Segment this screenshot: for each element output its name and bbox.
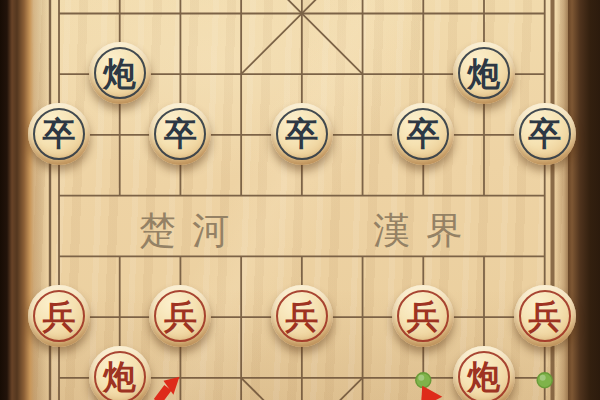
piece-character: 卒: [43, 117, 76, 150]
piece-black-soldier[interactable]: 卒: [28, 103, 90, 165]
piece-character: 炮: [467, 360, 500, 393]
piece-black-soldier[interactable]: 卒: [149, 103, 211, 165]
piece-character: 卒: [164, 117, 197, 150]
piece-red-soldier[interactable]: 兵: [28, 285, 90, 347]
piece-character: 卒: [407, 117, 440, 150]
xiangqi-board-screen: 楚河 漢界 炮炮卒卒卒卒卒兵兵兵兵兵炮炮: [0, 0, 600, 400]
piece-character: 炮: [103, 360, 136, 393]
piece-character: 卒: [285, 117, 318, 150]
piece-red-soldier[interactable]: 兵: [514, 285, 576, 347]
piece-black-cannon[interactable]: 炮: [453, 42, 515, 104]
piece-red-cannon[interactable]: 炮: [89, 346, 151, 400]
piece-character: 兵: [43, 300, 76, 333]
piece-red-cannon[interactable]: 炮: [453, 346, 515, 400]
piece-character: 兵: [407, 300, 440, 333]
piece-red-soldier[interactable]: 兵: [149, 285, 211, 347]
piece-character: 卒: [528, 117, 561, 150]
piece-character: 兵: [285, 300, 318, 333]
piece-character: 炮: [467, 57, 500, 90]
piece-black-soldier[interactable]: 卒: [514, 103, 576, 165]
piece-black-soldier[interactable]: 卒: [271, 103, 333, 165]
piece-black-soldier[interactable]: 卒: [392, 103, 454, 165]
piece-character: 兵: [164, 300, 197, 333]
piece-character: 兵: [528, 300, 561, 333]
piece-black-cannon[interactable]: 炮: [89, 42, 151, 104]
pieces-layer: 炮炮卒卒卒卒卒兵兵兵兵兵炮炮: [0, 0, 600, 400]
piece-red-soldier[interactable]: 兵: [392, 285, 454, 347]
piece-red-soldier[interactable]: 兵: [271, 285, 333, 347]
piece-character: 炮: [103, 57, 136, 90]
